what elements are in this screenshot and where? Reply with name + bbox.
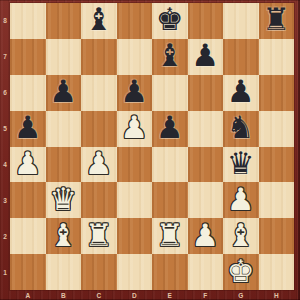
square-h5 [259, 111, 295, 147]
square-b8 [46, 3, 82, 39]
square-c8: ♝ [81, 3, 117, 39]
rank-label-8: 8 [0, 3, 10, 39]
file-label-a: A [10, 290, 46, 300]
square-g8 [223, 3, 259, 39]
square-d6: ♟ [117, 75, 153, 111]
black-pawn-piece: ♟ [14, 112, 42, 143]
square-b7 [46, 39, 82, 75]
square-c2: ♜ [81, 218, 117, 254]
square-b5 [46, 111, 82, 147]
white-bishop-piece: ♝ [49, 220, 77, 251]
square-f8 [188, 3, 224, 39]
file-label-c: C [81, 290, 117, 300]
white-pawn-piece: ♟ [227, 184, 255, 215]
square-c6 [81, 75, 117, 111]
rank-label-7: 7 [0, 39, 10, 75]
square-h2 [259, 218, 295, 254]
white-bishop-piece: ♝ [227, 220, 255, 251]
file-label-d: D [117, 290, 153, 300]
square-d1 [117, 254, 153, 290]
square-f3 [188, 182, 224, 218]
square-f1 [188, 254, 224, 290]
square-d4 [117, 147, 153, 183]
rank-label-6: 6 [0, 75, 10, 111]
square-f2: ♟ [188, 218, 224, 254]
square-g7 [223, 39, 259, 75]
black-knight-piece: ♞ [227, 112, 255, 143]
square-d7 [117, 39, 153, 75]
file-label-b: B [46, 290, 82, 300]
square-g5: ♞ [223, 111, 259, 147]
square-d8 [117, 3, 153, 39]
black-bishop-piece: ♝ [156, 40, 184, 71]
black-pawn-piece: ♟ [227, 76, 255, 107]
square-c1 [81, 254, 117, 290]
square-c5 [81, 111, 117, 147]
white-pawn-piece: ♟ [120, 112, 148, 143]
file-label-g: G [223, 290, 259, 300]
rank-label-1: 1 [0, 254, 10, 290]
white-rook-piece: ♜ [85, 220, 113, 251]
square-b1 [46, 254, 82, 290]
square-d2 [117, 218, 153, 254]
square-a8 [10, 3, 46, 39]
square-c3 [81, 182, 117, 218]
square-f7: ♟ [188, 39, 224, 75]
square-b2: ♝ [46, 218, 82, 254]
square-e4 [152, 147, 188, 183]
square-d5: ♟ [117, 111, 153, 147]
rank-label-5: 5 [0, 111, 10, 147]
square-a3 [10, 182, 46, 218]
square-a2 [10, 218, 46, 254]
square-h6 [259, 75, 295, 111]
black-bishop-piece: ♝ [85, 4, 113, 35]
white-rook-piece: ♜ [156, 220, 184, 251]
square-a5: ♟ [10, 111, 46, 147]
black-king-piece: ♚ [156, 4, 184, 35]
square-h8: ♜ [259, 3, 295, 39]
square-e2: ♜ [152, 218, 188, 254]
square-e5: ♟ [152, 111, 188, 147]
square-a1 [10, 254, 46, 290]
square-h7 [259, 39, 295, 75]
square-d3 [117, 182, 153, 218]
square-c7 [81, 39, 117, 75]
square-h1 [259, 254, 295, 290]
white-pawn-piece: ♟ [191, 220, 219, 251]
square-g1: ♚ [223, 254, 259, 290]
square-a7 [10, 39, 46, 75]
square-a6 [10, 75, 46, 111]
square-f5 [188, 111, 224, 147]
file-label-e: E [152, 290, 188, 300]
square-f6 [188, 75, 224, 111]
rank-label-4: 4 [0, 147, 10, 183]
square-g6: ♟ [223, 75, 259, 111]
square-h3 [259, 182, 295, 218]
square-g3: ♟ [223, 182, 259, 218]
black-pawn-piece: ♟ [191, 40, 219, 71]
black-pawn-piece: ♟ [156, 112, 184, 143]
square-e8: ♚ [152, 3, 188, 39]
square-c4: ♟ [81, 147, 117, 183]
white-pawn-piece: ♟ [14, 148, 42, 179]
black-rook-piece: ♜ [262, 4, 290, 35]
black-pawn-piece: ♟ [49, 76, 77, 107]
square-e7: ♝ [152, 39, 188, 75]
rank-label-3: 3 [0, 182, 10, 218]
square-g2: ♝ [223, 218, 259, 254]
file-label-h: H [259, 290, 295, 300]
square-e6 [152, 75, 188, 111]
square-b4 [46, 147, 82, 183]
square-b3: ♛ [46, 182, 82, 218]
chess-board: ♝♚♜♝♟♟♟♟♟♟♟♞♟♟♛♛♟♝♜♜♟♝♚ [10, 3, 294, 290]
rank-label-2: 2 [0, 218, 10, 254]
black-queen-piece: ♛ [227, 148, 255, 179]
square-f4 [188, 147, 224, 183]
square-g4: ♛ [223, 147, 259, 183]
chess-diagram: ♝♚♜♝♟♟♟♟♟♟♟♞♟♟♛♛♟♝♜♜♟♝♚ 87654321ABCDEFGH [0, 0, 300, 300]
square-e3 [152, 182, 188, 218]
square-a4: ♟ [10, 147, 46, 183]
white-queen-piece: ♛ [49, 184, 77, 215]
black-pawn-piece: ♟ [120, 76, 148, 107]
white-pawn-piece: ♟ [85, 148, 113, 179]
file-label-f: F [188, 290, 224, 300]
square-e1 [152, 254, 188, 290]
square-h4 [259, 147, 295, 183]
white-king-piece: ♚ [227, 256, 255, 287]
square-b6: ♟ [46, 75, 82, 111]
